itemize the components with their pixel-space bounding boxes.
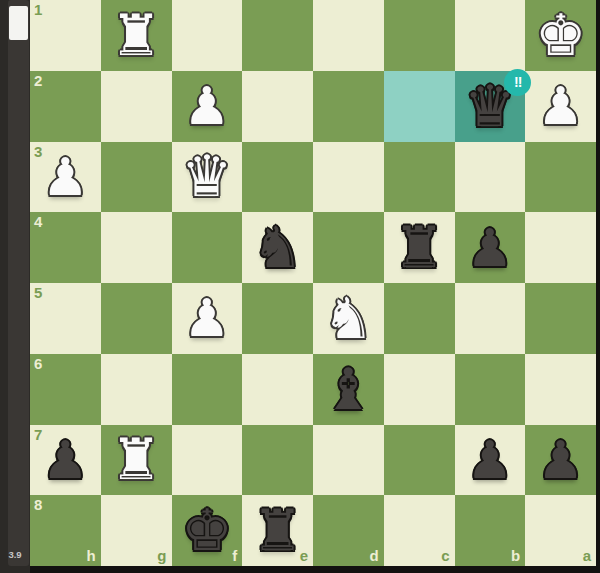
square-h6[interactable]: 6 — [30, 354, 101, 425]
square-b7[interactable]: ♟ — [455, 425, 526, 496]
brilliant-move-badge: !! — [504, 69, 531, 96]
piece-black-king-f8[interactable]: ♚ — [172, 495, 243, 566]
file-label-g: g — [157, 548, 166, 563]
eval-sidebar: 3.9 — [0, 0, 30, 573]
square-e3[interactable] — [242, 142, 313, 213]
square-a8[interactable]: a — [525, 495, 596, 566]
square-e6[interactable] — [242, 354, 313, 425]
square-h3[interactable]: 3♟ — [30, 142, 101, 213]
piece-white-rook-g1[interactable]: ♜ — [101, 0, 172, 71]
piece-white-rook-g7[interactable]: ♜ — [101, 425, 172, 496]
piece-black-rook-e8[interactable]: ♜ — [242, 495, 313, 566]
square-a2[interactable]: ♟ — [525, 71, 596, 142]
square-c8[interactable]: c — [384, 495, 455, 566]
square-b5[interactable] — [455, 283, 526, 354]
chess-app-window: 3.9 1♜♚2♟♛♟3♟♛4♞♜♟5♟♞6♝7♟♜♟♟8hgf♚e♜dcba … — [0, 0, 600, 573]
square-d7[interactable] — [313, 425, 384, 496]
square-f8[interactable]: f♚ — [172, 495, 243, 566]
square-f4[interactable] — [172, 212, 243, 283]
square-b1[interactable] — [455, 0, 526, 71]
square-h1[interactable]: 1 — [30, 0, 101, 71]
square-f5[interactable]: ♟ — [172, 283, 243, 354]
piece-black-pawn-a7[interactable]: ♟ — [525, 425, 596, 496]
rank-label-4: 4 — [34, 214, 42, 229]
square-h2[interactable]: 2 — [30, 71, 101, 142]
square-e1[interactable] — [242, 0, 313, 71]
piece-white-knight-d5[interactable]: ♞ — [313, 283, 384, 354]
square-f2[interactable]: ♟ — [172, 71, 243, 142]
square-e2[interactable] — [242, 71, 313, 142]
piece-black-knight-e4[interactable]: ♞ — [242, 212, 313, 283]
square-h7[interactable]: 7♟ — [30, 425, 101, 496]
square-g3[interactable] — [101, 142, 172, 213]
rank-label-6: 6 — [34, 356, 42, 371]
square-g4[interactable] — [101, 212, 172, 283]
square-g8[interactable]: g — [101, 495, 172, 566]
square-d6[interactable]: ♝ — [313, 354, 384, 425]
square-a7[interactable]: ♟ — [525, 425, 596, 496]
square-g2[interactable] — [101, 71, 172, 142]
square-c5[interactable] — [384, 283, 455, 354]
square-g1[interactable]: ♜ — [101, 0, 172, 71]
square-e4[interactable]: ♞ — [242, 212, 313, 283]
square-b3[interactable] — [455, 142, 526, 213]
file-label-a: a — [583, 548, 591, 563]
square-f1[interactable] — [172, 0, 243, 71]
square-e5[interactable] — [242, 283, 313, 354]
square-d8[interactable]: d — [313, 495, 384, 566]
square-d2[interactable] — [313, 71, 384, 142]
square-d4[interactable] — [313, 212, 384, 283]
file-label-h: h — [87, 548, 96, 563]
rank-label-2: 2 — [34, 73, 42, 88]
piece-black-pawn-b7[interactable]: ♟ — [455, 425, 526, 496]
piece-white-pawn-f2[interactable]: ♟ — [172, 71, 243, 142]
square-c6[interactable] — [384, 354, 455, 425]
square-g6[interactable] — [101, 354, 172, 425]
square-a3[interactable] — [525, 142, 596, 213]
square-a1[interactable]: ♚ — [525, 0, 596, 71]
square-b4[interactable]: ♟ — [455, 212, 526, 283]
file-label-b: b — [511, 548, 520, 563]
square-f6[interactable] — [172, 354, 243, 425]
rank-label-1: 1 — [34, 2, 42, 17]
square-c7[interactable] — [384, 425, 455, 496]
piece-white-pawn-a2[interactable]: ♟ — [525, 71, 596, 142]
file-label-c: c — [441, 548, 449, 563]
square-h5[interactable]: 5 — [30, 283, 101, 354]
square-f7[interactable] — [172, 425, 243, 496]
square-b8[interactable]: b — [455, 495, 526, 566]
square-e8[interactable]: e♜ — [242, 495, 313, 566]
square-g7[interactable]: ♜ — [101, 425, 172, 496]
square-c2[interactable] — [384, 71, 455, 142]
piece-white-pawn-h3[interactable]: ♟ — [30, 142, 101, 213]
square-a4[interactable] — [525, 212, 596, 283]
square-c3[interactable] — [384, 142, 455, 213]
piece-white-queen-f3[interactable]: ♛ — [172, 142, 243, 213]
rank-label-8: 8 — [34, 497, 42, 512]
square-a6[interactable] — [525, 354, 596, 425]
square-g5[interactable] — [101, 283, 172, 354]
piece-white-king-a1[interactable]: ♚ — [525, 0, 596, 71]
square-d5[interactable]: ♞ — [313, 283, 384, 354]
square-d3[interactable] — [313, 142, 384, 213]
square-e7[interactable] — [242, 425, 313, 496]
square-b6[interactable] — [455, 354, 526, 425]
piece-black-bishop-d6[interactable]: ♝ — [313, 354, 384, 425]
square-a5[interactable] — [525, 283, 596, 354]
piece-black-pawn-h7[interactable]: ♟ — [30, 425, 101, 496]
square-f3[interactable]: ♛ — [172, 142, 243, 213]
eval-bar — [8, 0, 29, 566]
file-label-d: d — [370, 548, 379, 563]
eval-score: 3.9 — [0, 549, 30, 560]
square-h8[interactable]: 8h — [30, 495, 101, 566]
eval-bar-white-segment — [9, 6, 28, 40]
piece-black-rook-c4[interactable]: ♜ — [384, 212, 455, 283]
square-d1[interactable] — [313, 0, 384, 71]
piece-black-pawn-b4[interactable]: ♟ — [455, 212, 526, 283]
rank-label-5: 5 — [34, 285, 42, 300]
square-h4[interactable]: 4 — [30, 212, 101, 283]
square-c1[interactable] — [384, 0, 455, 71]
piece-white-pawn-f5[interactable]: ♟ — [172, 283, 243, 354]
square-c4[interactable]: ♜ — [384, 212, 455, 283]
